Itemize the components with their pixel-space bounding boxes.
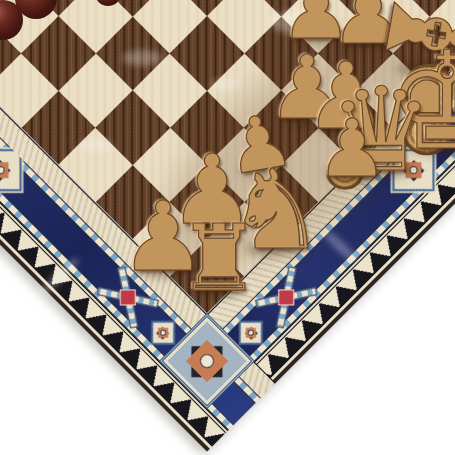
small-star-tile xyxy=(153,323,173,343)
eight-point-star-icon xyxy=(0,159,12,181)
star-center xyxy=(161,331,165,335)
eight-point-star-icon xyxy=(244,326,257,339)
small-star-tile xyxy=(241,323,261,343)
red-diamond xyxy=(278,289,294,305)
chess-piece-rook: ♜ xyxy=(178,213,260,305)
star-medallion xyxy=(0,153,18,187)
gloss-reflection xyxy=(79,139,113,153)
corner-eight-point-star-icon xyxy=(176,330,238,392)
chess-piece-pawn: ♟ xyxy=(316,109,388,189)
eight-point-star-icon xyxy=(157,326,170,339)
chessboard-photo: ♟♟♝♟♟♚♟♛♟♟♞♟♜ xyxy=(0,0,455,455)
star-center xyxy=(249,331,253,335)
gloss-reflection xyxy=(122,50,162,66)
gloss-reflection xyxy=(211,78,241,90)
